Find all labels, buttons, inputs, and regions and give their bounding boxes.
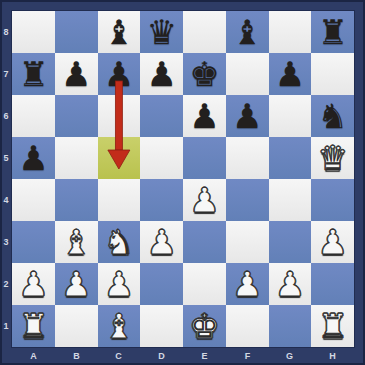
piece-black-rook[interactable]: ♜ bbox=[18, 57, 48, 91]
square-f8[interactable]: ♝ bbox=[226, 11, 269, 53]
square-c2[interactable]: ♟ bbox=[98, 263, 141, 305]
square-h8[interactable]: ♜ bbox=[311, 11, 354, 53]
square-e2[interactable] bbox=[183, 263, 226, 305]
file-label-a: A bbox=[12, 348, 55, 365]
square-c6[interactable] bbox=[98, 95, 141, 137]
rank-label-7: 7 bbox=[0, 53, 12, 95]
square-b4[interactable] bbox=[55, 179, 98, 221]
rank-label-1: 1 bbox=[0, 305, 12, 347]
square-f6[interactable]: ♟ bbox=[226, 95, 269, 137]
piece-white-pawn[interactable]: ♟ bbox=[18, 267, 48, 301]
square-b1[interactable] bbox=[55, 305, 98, 347]
square-e5[interactable] bbox=[183, 137, 226, 179]
square-h2[interactable] bbox=[311, 263, 354, 305]
square-e7[interactable]: ♚ bbox=[183, 53, 226, 95]
piece-white-pawn[interactable]: ♟ bbox=[232, 267, 262, 301]
piece-black-queen[interactable]: ♛ bbox=[146, 15, 176, 49]
square-a2[interactable]: ♟ bbox=[12, 263, 55, 305]
file-label-h: H bbox=[311, 348, 354, 365]
square-d5[interactable] bbox=[140, 137, 183, 179]
square-f2[interactable]: ♟ bbox=[226, 263, 269, 305]
piece-white-knight[interactable]: ♞ bbox=[104, 225, 134, 259]
square-g2[interactable]: ♟ bbox=[269, 263, 312, 305]
square-e1[interactable]: ♚ bbox=[183, 305, 226, 347]
rank-label-8: 8 bbox=[0, 11, 12, 53]
square-c7[interactable]: ♟ bbox=[98, 53, 141, 95]
chess-board-frame: ♝♛♝♜♜♟♟♟♚♟♟♟♞♟♛♟♝♞♟♟♟♟♟♟♟♜♝♚♜ 8 7 6 5 4 … bbox=[0, 0, 365, 365]
square-e4[interactable]: ♟ bbox=[183, 179, 226, 221]
board: ♝♛♝♜♜♟♟♟♚♟♟♟♞♟♛♟♝♞♟♟♟♟♟♟♟♜♝♚♜ bbox=[12, 11, 354, 347]
piece-white-bishop[interactable]: ♝ bbox=[104, 309, 134, 343]
square-f3[interactable] bbox=[226, 221, 269, 263]
square-a4[interactable] bbox=[12, 179, 55, 221]
piece-black-pawn[interactable]: ♟ bbox=[232, 99, 262, 133]
piece-black-king[interactable]: ♚ bbox=[189, 57, 219, 91]
square-f5[interactable] bbox=[226, 137, 269, 179]
piece-white-rook[interactable]: ♜ bbox=[317, 309, 347, 343]
square-g8[interactable] bbox=[269, 11, 312, 53]
square-c1[interactable]: ♝ bbox=[98, 305, 141, 347]
square-h6[interactable]: ♞ bbox=[311, 95, 354, 137]
piece-white-pawn[interactable]: ♟ bbox=[61, 267, 91, 301]
square-b3[interactable]: ♝ bbox=[55, 221, 98, 263]
square-e8[interactable] bbox=[183, 11, 226, 53]
piece-white-king[interactable]: ♚ bbox=[189, 309, 219, 343]
piece-black-pawn[interactable]: ♟ bbox=[18, 141, 48, 175]
square-d3[interactable]: ♟ bbox=[140, 221, 183, 263]
square-d4[interactable] bbox=[140, 179, 183, 221]
square-a1[interactable]: ♜ bbox=[12, 305, 55, 347]
piece-white-rook[interactable]: ♜ bbox=[18, 309, 48, 343]
square-d8[interactable]: ♛ bbox=[140, 11, 183, 53]
square-a5[interactable]: ♟ bbox=[12, 137, 55, 179]
square-b8[interactable] bbox=[55, 11, 98, 53]
piece-black-pawn[interactable]: ♟ bbox=[189, 99, 219, 133]
square-b5[interactable] bbox=[55, 137, 98, 179]
file-label-f: F bbox=[226, 348, 269, 365]
square-g5[interactable] bbox=[269, 137, 312, 179]
piece-black-pawn[interactable]: ♟ bbox=[146, 57, 176, 91]
piece-black-pawn[interactable]: ♟ bbox=[104, 57, 134, 91]
piece-white-bishop[interactable]: ♝ bbox=[61, 225, 91, 259]
piece-white-pawn[interactable]: ♟ bbox=[146, 225, 176, 259]
square-f1[interactable] bbox=[226, 305, 269, 347]
square-b7[interactable]: ♟ bbox=[55, 53, 98, 95]
square-c3[interactable]: ♞ bbox=[98, 221, 141, 263]
square-f4[interactable] bbox=[226, 179, 269, 221]
piece-white-pawn[interactable]: ♟ bbox=[104, 267, 134, 301]
rank-label-3: 3 bbox=[0, 221, 12, 263]
square-h4[interactable] bbox=[311, 179, 354, 221]
square-h5[interactable]: ♛ bbox=[311, 137, 354, 179]
piece-black-pawn[interactable]: ♟ bbox=[275, 57, 305, 91]
square-h3[interactable]: ♟ bbox=[311, 221, 354, 263]
file-label-g: G bbox=[268, 348, 311, 365]
square-c8[interactable]: ♝ bbox=[98, 11, 141, 53]
rank-label-6: 6 bbox=[0, 95, 12, 137]
square-e6[interactable]: ♟ bbox=[183, 95, 226, 137]
square-d1[interactable] bbox=[140, 305, 183, 347]
piece-black-bishop[interactable]: ♝ bbox=[232, 15, 262, 49]
rank-label-5: 5 bbox=[0, 137, 12, 179]
square-f7[interactable] bbox=[226, 53, 269, 95]
square-g4[interactable] bbox=[269, 179, 312, 221]
square-a3[interactable] bbox=[12, 221, 55, 263]
file-label-e: E bbox=[183, 348, 226, 365]
square-h7[interactable] bbox=[311, 53, 354, 95]
square-b6[interactable] bbox=[55, 95, 98, 137]
file-label-d: D bbox=[140, 348, 183, 365]
square-g6[interactable] bbox=[269, 95, 312, 137]
square-c4[interactable] bbox=[98, 179, 141, 221]
square-g3[interactable] bbox=[269, 221, 312, 263]
square-g7[interactable]: ♟ bbox=[269, 53, 312, 95]
square-d6[interactable] bbox=[140, 95, 183, 137]
square-a8[interactable] bbox=[12, 11, 55, 53]
file-label-b: B bbox=[55, 348, 98, 365]
piece-black-pawn[interactable]: ♟ bbox=[61, 57, 91, 91]
rank-label-4: 4 bbox=[0, 179, 12, 221]
piece-white-pawn[interactable]: ♟ bbox=[275, 267, 305, 301]
rank-label-2: 2 bbox=[0, 263, 12, 305]
square-a7[interactable]: ♜ bbox=[12, 53, 55, 95]
piece-white-queen[interactable]: ♛ bbox=[317, 141, 347, 175]
square-g1[interactable] bbox=[269, 305, 312, 347]
square-b2[interactable]: ♟ bbox=[55, 263, 98, 305]
square-h1[interactable]: ♜ bbox=[311, 305, 354, 347]
piece-black-knight[interactable]: ♞ bbox=[317, 99, 347, 133]
square-a6[interactable] bbox=[12, 95, 55, 137]
square-e3[interactable] bbox=[183, 221, 226, 263]
square-d2[interactable] bbox=[140, 263, 183, 305]
piece-white-pawn[interactable]: ♟ bbox=[189, 183, 219, 217]
square-c5[interactable] bbox=[98, 137, 141, 179]
piece-white-pawn[interactable]: ♟ bbox=[317, 225, 347, 259]
piece-black-rook[interactable]: ♜ bbox=[317, 15, 347, 49]
square-d7[interactable]: ♟ bbox=[140, 53, 183, 95]
file-label-c: C bbox=[97, 348, 140, 365]
piece-black-bishop[interactable]: ♝ bbox=[104, 15, 134, 49]
